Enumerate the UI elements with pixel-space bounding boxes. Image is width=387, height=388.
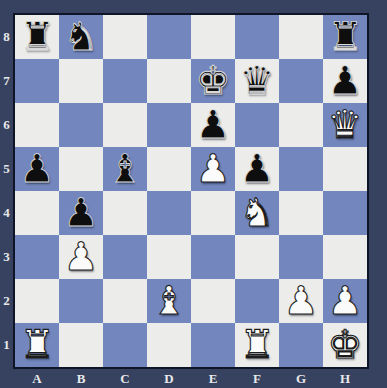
file-labels: ABCDEFGH [15, 369, 367, 388]
square-e5[interactable]: ♟ [191, 147, 235, 191]
square-a4[interactable] [15, 191, 59, 235]
rank-label-4: 4 [0, 191, 13, 235]
piece-white-queen[interactable]: ♛ [323, 103, 367, 147]
square-f5[interactable]: ♟ [235, 147, 279, 191]
square-d3[interactable] [147, 235, 191, 279]
square-d6[interactable] [147, 103, 191, 147]
square-g4[interactable] [279, 191, 323, 235]
square-e2[interactable] [191, 279, 235, 323]
square-d8[interactable] [147, 15, 191, 59]
square-e1[interactable] [191, 323, 235, 367]
file-label-c: C [103, 369, 147, 388]
file-label-h: H [323, 369, 367, 388]
square-e7[interactable]: ♚ [191, 59, 235, 103]
rank-label-5: 5 [0, 147, 13, 191]
chess-diagram: 87654321 ♜♞♜♚♛♟♟♛♟♝♟♟♟♞♟♝♟♟♜♜♚ ABCDEFGH [0, 0, 387, 388]
square-c1[interactable] [103, 323, 147, 367]
piece-white-pawn[interactable]: ♟ [323, 279, 367, 323]
piece-black-knight[interactable]: ♞ [59, 15, 103, 59]
piece-white-pawn[interactable]: ♟ [279, 279, 323, 323]
piece-white-bishop[interactable]: ♝ [147, 279, 191, 323]
square-d5[interactable] [147, 147, 191, 191]
square-g3[interactable] [279, 235, 323, 279]
square-g6[interactable] [279, 103, 323, 147]
square-b4[interactable]: ♟ [59, 191, 103, 235]
square-e3[interactable] [191, 235, 235, 279]
piece-black-rook[interactable]: ♜ [323, 15, 367, 59]
piece-black-rook[interactable]: ♜ [15, 15, 59, 59]
square-h6[interactable]: ♛ [323, 103, 367, 147]
square-h8[interactable]: ♜ [323, 15, 367, 59]
piece-black-pawn[interactable]: ♟ [15, 147, 59, 191]
square-b2[interactable] [59, 279, 103, 323]
square-h4[interactable] [323, 191, 367, 235]
piece-white-king[interactable]: ♚ [323, 323, 367, 367]
square-a1[interactable]: ♜ [15, 323, 59, 367]
square-g7[interactable] [279, 59, 323, 103]
square-g5[interactable] [279, 147, 323, 191]
rank-label-6: 6 [0, 103, 13, 147]
square-b8[interactable]: ♞ [59, 15, 103, 59]
square-b1[interactable] [59, 323, 103, 367]
square-g8[interactable] [279, 15, 323, 59]
square-d2[interactable]: ♝ [147, 279, 191, 323]
square-f8[interactable] [235, 15, 279, 59]
board-frame: ♜♞♜♚♛♟♟♛♟♝♟♟♟♞♟♝♟♟♜♜♚ [13, 13, 369, 369]
square-c7[interactable] [103, 59, 147, 103]
piece-white-pawn[interactable]: ♟ [59, 235, 103, 279]
square-b7[interactable] [59, 59, 103, 103]
square-g1[interactable] [279, 323, 323, 367]
file-label-a: A [15, 369, 59, 388]
square-c4[interactable] [103, 191, 147, 235]
square-d1[interactable] [147, 323, 191, 367]
square-f3[interactable] [235, 235, 279, 279]
piece-black-pawn[interactable]: ♟ [59, 191, 103, 235]
piece-black-pawn[interactable]: ♟ [323, 59, 367, 103]
piece-white-knight[interactable]: ♞ [235, 191, 279, 235]
file-label-f: F [235, 369, 279, 388]
square-a5[interactable]: ♟ [15, 147, 59, 191]
square-c5[interactable]: ♝ [103, 147, 147, 191]
square-f2[interactable] [235, 279, 279, 323]
piece-white-rook[interactable]: ♜ [235, 323, 279, 367]
square-e8[interactable] [191, 15, 235, 59]
square-h7[interactable]: ♟ [323, 59, 367, 103]
rank-label-3: 3 [0, 235, 13, 279]
square-f4[interactable]: ♞ [235, 191, 279, 235]
piece-white-pawn[interactable]: ♟ [191, 147, 235, 191]
square-c3[interactable] [103, 235, 147, 279]
square-a7[interactable] [15, 59, 59, 103]
square-e4[interactable] [191, 191, 235, 235]
square-h5[interactable] [323, 147, 367, 191]
piece-black-king[interactable]: ♚ [191, 59, 235, 103]
square-f1[interactable]: ♜ [235, 323, 279, 367]
square-h3[interactable] [323, 235, 367, 279]
square-e6[interactable]: ♟ [191, 103, 235, 147]
square-f7[interactable]: ♛ [235, 59, 279, 103]
square-a2[interactable] [15, 279, 59, 323]
square-c6[interactable] [103, 103, 147, 147]
square-g2[interactable]: ♟ [279, 279, 323, 323]
square-d7[interactable] [147, 59, 191, 103]
piece-black-pawn[interactable]: ♟ [235, 147, 279, 191]
square-h2[interactable]: ♟ [323, 279, 367, 323]
file-label-b: B [59, 369, 103, 388]
file-label-d: D [147, 369, 191, 388]
square-b5[interactable] [59, 147, 103, 191]
square-a8[interactable]: ♜ [15, 15, 59, 59]
square-d4[interactable] [147, 191, 191, 235]
piece-black-pawn[interactable]: ♟ [191, 103, 235, 147]
rank-labels: 87654321 [0, 15, 13, 367]
rank-label-7: 7 [0, 59, 13, 103]
file-label-g: G [279, 369, 323, 388]
chess-board: ♜♞♜♚♛♟♟♛♟♝♟♟♟♞♟♝♟♟♜♜♚ [15, 15, 367, 367]
square-c2[interactable] [103, 279, 147, 323]
square-h1[interactable]: ♚ [323, 323, 367, 367]
file-label-e: E [191, 369, 235, 388]
piece-black-queen[interactable]: ♛ [235, 59, 279, 103]
square-f6[interactable] [235, 103, 279, 147]
rank-label-1: 1 [0, 323, 13, 367]
square-b3[interactable]: ♟ [59, 235, 103, 279]
square-a6[interactable] [15, 103, 59, 147]
rank-label-2: 2 [0, 279, 13, 323]
square-a3[interactable] [15, 235, 59, 279]
square-c8[interactable] [103, 15, 147, 59]
piece-white-rook[interactable]: ♜ [15, 323, 59, 367]
piece-black-bishop[interactable]: ♝ [103, 147, 147, 191]
rank-label-8: 8 [0, 15, 13, 59]
square-b6[interactable] [59, 103, 103, 147]
